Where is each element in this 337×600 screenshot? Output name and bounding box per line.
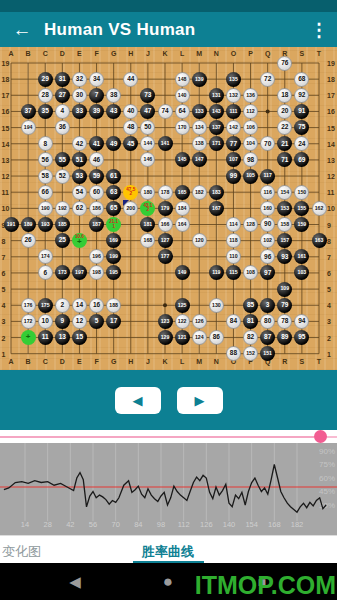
stone-L11[interactable]: 165: [175, 185, 190, 200]
bottom-col-label: B: [26, 358, 31, 365]
left-row-label: 5: [2, 286, 6, 293]
top-col-label: T: [317, 50, 321, 57]
top-col-label: P: [248, 50, 253, 57]
right-row-label: 17: [327, 92, 335, 99]
stone-A9[interactable]: 191: [4, 217, 19, 232]
slider-fill: [0, 436, 314, 438]
stone-C10[interactable]: 190: [38, 201, 53, 216]
stone-G4[interactable]: 188: [106, 298, 121, 313]
stone-R19[interactable]: 76: [277, 56, 292, 71]
stone-C7[interactable]: 174: [38, 249, 53, 264]
stone-P12[interactable]: 105: [243, 169, 258, 184]
bottom-col-label: A: [8, 358, 13, 365]
android-nav-bar: ◀ ● ■ ITMOP.COM: [0, 563, 337, 600]
left-row-label: 6: [2, 269, 6, 276]
stone-E17[interactable]: 30: [72, 88, 87, 103]
winrate-chart: 1428425670849811212614015416818290%75%60…: [0, 443, 337, 535]
bottom-col-label: L: [180, 358, 184, 365]
right-row-label: 2: [327, 334, 331, 341]
stone-R4[interactable]: 79: [277, 298, 292, 313]
left-row-label: 17: [2, 92, 10, 99]
left-row-label: 11: [2, 189, 9, 196]
watermark-text: ITMOP.COM: [195, 571, 336, 600]
stone-C14[interactable]: 8: [38, 136, 53, 151]
stone-D16[interactable]: 4: [55, 104, 70, 119]
nav-back-icon[interactable]: ◀: [69, 573, 81, 591]
stone-K2[interactable]: 129: [158, 330, 173, 345]
bottom-col-label: D: [60, 358, 65, 365]
stone-Q18[interactable]: 72: [260, 72, 275, 87]
bottom-col-label: M: [196, 358, 202, 365]
stone-Q10[interactable]: 160: [260, 201, 275, 216]
top-col-label: M: [196, 50, 202, 57]
left-row-label: 12: [2, 173, 10, 180]
left-row-label: 8: [2, 237, 6, 244]
svg-text:70: 70: [111, 520, 119, 529]
stone-M14[interactable]: 138: [192, 136, 207, 151]
top-col-label: S: [300, 50, 305, 57]
stone-B15[interactable]: 194: [21, 120, 36, 135]
right-row-label: 14: [327, 140, 335, 147]
stone-B9[interactable]: 189: [21, 217, 36, 232]
stone-E12[interactable]: 53: [72, 169, 87, 184]
tab-winrate-curve[interactable]: 胜率曲线: [142, 543, 194, 561]
stone-P9[interactable]: 128: [243, 217, 258, 232]
stone-N2[interactable]: 86: [209, 330, 224, 345]
stone-L15[interactable]: 170: [175, 120, 190, 135]
tab-bar: 变化图 胜率曲线: [0, 535, 337, 564]
stone-N14[interactable]: 171: [209, 136, 224, 151]
stone-N17[interactable]: 131: [209, 88, 224, 103]
right-row-label: 16: [327, 108, 335, 115]
stone-O16[interactable]: 111: [226, 104, 241, 119]
stone-K9[interactable]: 166: [158, 217, 173, 232]
stone-M2[interactable]: 124: [192, 330, 207, 345]
stone-C9[interactable]: 193: [38, 217, 53, 232]
stone-H18[interactable]: 44: [123, 72, 138, 87]
stone-N15[interactable]: 137: [209, 120, 224, 135]
stone-G17[interactable]: 38: [106, 88, 121, 103]
prev-move-icon: ◀: [133, 393, 143, 408]
stone-N11[interactable]: 183: [209, 185, 224, 200]
top-col-label: B: [26, 50, 31, 57]
stone-K8[interactable]: 127: [158, 233, 173, 248]
svg-text:14: 14: [21, 520, 29, 529]
svg-text:182: 182: [291, 520, 304, 529]
stone-P16[interactable]: 112: [243, 104, 258, 119]
left-row-label: 14: [2, 140, 10, 147]
stone-L18[interactable]: 148: [175, 72, 190, 87]
stone-D9[interactable]: 185: [55, 217, 70, 232]
top-col-label: J: [146, 50, 150, 57]
stone-T8[interactable]: 163: [312, 233, 327, 248]
svg-text:75%: 75%: [319, 460, 335, 469]
stone-O3[interactable]: 84: [226, 314, 241, 329]
slider-thumb[interactable]: [314, 430, 327, 443]
stone-T10[interactable]: 162: [312, 201, 327, 216]
svg-text:112: 112: [178, 520, 190, 529]
stone-G3[interactable]: 17: [106, 314, 121, 329]
move-nav-band: ◀ ▶: [0, 370, 337, 430]
svg-text:42: 42: [66, 520, 74, 529]
stone-G12[interactable]: 61: [106, 169, 121, 184]
top-col-label: K: [162, 50, 167, 57]
left-row-label: 2: [2, 334, 6, 341]
svg-text:90%: 90%: [319, 447, 335, 456]
stone-O8[interactable]: 118: [226, 233, 241, 248]
stone-Q11[interactable]: 116: [260, 185, 275, 200]
stone-L3[interactable]: 122: [175, 314, 190, 329]
bottom-col-label: F: [94, 358, 98, 365]
svg-text:60%: 60%: [319, 474, 335, 483]
stone-N10[interactable]: 167: [209, 201, 224, 216]
svg-text:28: 28: [43, 520, 51, 529]
stone-S11[interactable]: 150: [294, 185, 309, 200]
stone-P2[interactable]: 82: [243, 330, 258, 345]
next-move-button[interactable]: ▶: [177, 387, 223, 414]
stone-C4[interactable]: 175: [38, 298, 53, 313]
left-row-label: 19: [2, 60, 10, 67]
stone-P17[interactable]: 136: [243, 88, 258, 103]
stone-L13[interactable]: 145: [175, 152, 190, 167]
annotation-triangle-icon: [123, 200, 129, 206]
stone-F9[interactable]: 187: [89, 217, 104, 232]
stone-O12[interactable]: 99: [226, 169, 241, 184]
stone-L6[interactable]: 149: [175, 265, 190, 280]
right-row-label: 6: [327, 269, 331, 276]
right-row-label: 11: [327, 189, 334, 196]
stone-E2[interactable]: 15: [72, 330, 87, 345]
nav-home-icon[interactable]: ●: [163, 572, 173, 592]
top-col-label: Q: [265, 50, 270, 57]
right-row-label: 15: [327, 124, 335, 131]
stone-E18[interactable]: 32: [72, 72, 87, 87]
right-row-label: 1: [327, 350, 331, 357]
stone-M16[interactable]: 133: [192, 104, 207, 119]
stone-O15[interactable]: 142: [226, 120, 241, 135]
stone-B16[interactable]: 37: [21, 104, 36, 119]
right-row-label: 9: [327, 221, 331, 228]
top-col-label: D: [60, 50, 65, 57]
stone-F11[interactable]: 60: [89, 185, 104, 200]
overflow-menu-icon[interactable]: ⋮: [309, 19, 329, 41]
left-row-label: 1: [2, 350, 6, 357]
svg-text:45%: 45%: [319, 487, 335, 496]
svg-text:56: 56: [89, 520, 97, 529]
stone-L2[interactable]: 121: [175, 330, 190, 345]
left-row-label: 13: [2, 156, 10, 163]
stone-D15[interactable]: 36: [55, 120, 70, 135]
stone-M3[interactable]: 126: [192, 314, 207, 329]
left-row-label: 18: [2, 76, 10, 83]
stone-L9[interactable]: 164: [175, 217, 190, 232]
stone-K10[interactable]: 179: [158, 201, 173, 216]
right-row-label: 7: [327, 253, 331, 260]
tab-variation-diagram[interactable]: 变化图: [2, 543, 41, 561]
right-row-label: 19: [327, 60, 335, 67]
stone-P3[interactable]: 81: [243, 314, 258, 329]
app-bar: ← Human VS Human ⋮: [0, 12, 337, 47]
stone-E4[interactable]: 14: [72, 298, 87, 313]
stone-D10[interactable]: 192: [55, 201, 70, 216]
bottom-col-label: H: [128, 358, 133, 365]
stone-G10[interactable]: 65: [106, 201, 121, 216]
analysis-marker-B2[interactable]: +: [21, 330, 36, 345]
stone-F18[interactable]: 34: [89, 72, 104, 87]
stone-S18[interactable]: 68: [294, 72, 309, 87]
stone-C11[interactable]: 66: [38, 185, 53, 200]
right-row-label: 5: [327, 286, 331, 293]
analysis-marker-H11[interactable]: 47.52: [123, 185, 138, 200]
stone-D3[interactable]: 9: [55, 314, 70, 329]
stone-N4[interactable]: 130: [209, 298, 224, 313]
stone-E16[interactable]: 33: [72, 104, 87, 119]
top-col-label: A: [8, 50, 13, 57]
svg-text:140: 140: [223, 520, 236, 529]
right-row-label: 18: [327, 76, 335, 83]
stone-D2[interactable]: 13: [55, 330, 70, 345]
stone-C2[interactable]: 11: [38, 330, 53, 345]
stone-F3[interactable]: 5: [89, 314, 104, 329]
stone-B4[interactable]: 176: [21, 298, 36, 313]
stone-C18[interactable]: 29: [38, 72, 53, 87]
top-col-label: G: [111, 50, 116, 57]
stone-L4[interactable]: 125: [175, 298, 190, 313]
analysis-marker-E8[interactable]: 10.6+: [72, 233, 87, 248]
stone-D4[interactable]: 2: [55, 298, 70, 313]
bottom-col-label: E: [77, 358, 82, 365]
svg-text:98: 98: [157, 520, 165, 529]
stone-K11[interactable]: 178: [158, 185, 173, 200]
left-row-label: 15: [2, 124, 10, 131]
stone-M11[interactable]: 182: [192, 185, 207, 200]
stone-B3[interactable]: 172: [21, 314, 36, 329]
left-row-label: 16: [2, 108, 10, 115]
stone-F10[interactable]: 186: [89, 201, 104, 216]
stone-R17[interactable]: 18: [277, 88, 292, 103]
top-col-label: N: [214, 50, 219, 57]
stone-G11[interactable]: 63: [106, 185, 121, 200]
stone-E3[interactable]: 12: [72, 314, 87, 329]
stone-M8[interactable]: 120: [192, 233, 207, 248]
back-arrow-icon[interactable]: ←: [0, 19, 44, 41]
stone-L16[interactable]: 64: [175, 104, 190, 119]
stone-E11[interactable]: 54: [72, 185, 87, 200]
stone-C3[interactable]: 10: [38, 314, 53, 329]
left-row-label: 7: [2, 253, 6, 260]
stone-F4[interactable]: 16: [89, 298, 104, 313]
left-row-label: 3: [2, 318, 6, 325]
bottom-col-label: T: [317, 358, 321, 365]
top-col-label: C: [43, 50, 48, 57]
right-row-label: 3: [327, 318, 331, 325]
right-row-label: 4: [327, 302, 331, 309]
left-row-label: 10: [2, 205, 10, 212]
bottom-col-label: G: [111, 358, 116, 365]
stone-D8[interactable]: 25: [55, 233, 70, 248]
svg-text:84: 84: [134, 520, 142, 529]
stone-D12[interactable]: 52: [55, 169, 70, 184]
stone-D18[interactable]: 31: [55, 72, 70, 87]
stone-M18[interactable]: 139: [192, 72, 207, 87]
stone-F17[interactable]: 7: [89, 88, 104, 103]
stone-E10[interactable]: 62: [72, 201, 87, 216]
bottom-col-label: K: [162, 358, 167, 365]
stone-L10[interactable]: 184: [175, 201, 190, 216]
stone-C16[interactable]: 35: [38, 104, 53, 119]
stone-F16[interactable]: 39: [89, 104, 104, 119]
stone-D17[interactable]: 27: [55, 88, 70, 103]
stone-Q3[interactable]: 80: [260, 314, 275, 329]
stone-R11[interactable]: 154: [277, 185, 292, 200]
status-bar: [0, 0, 337, 12]
move-slider[interactable]: [0, 430, 337, 443]
bottom-col-label: C: [43, 358, 48, 365]
stone-O9[interactable]: 114: [226, 217, 241, 232]
app-screen: { "app": {"title": "Human VS Human", "ba…: [0, 0, 337, 600]
stone-L17[interactable]: 140: [175, 88, 190, 103]
stone-B8[interactable]: 26: [21, 233, 36, 248]
page-title: Human VS Human: [44, 20, 196, 40]
bottom-col-label: J: [146, 358, 150, 365]
prev-move-button[interactable]: ◀: [115, 387, 161, 414]
bottom-col-label: S: [300, 358, 305, 365]
stone-O17[interactable]: 132: [226, 88, 241, 103]
stone-J11[interactable]: 180: [140, 185, 155, 200]
top-col-label: O: [231, 50, 236, 57]
right-row-label: 10: [327, 205, 335, 212]
top-col-label: F: [94, 50, 98, 57]
bottom-col-label: R: [282, 358, 287, 365]
stone-K14[interactable]: 141: [158, 136, 173, 151]
stone-R5[interactable]: 109: [277, 282, 292, 297]
stone-G16[interactable]: 43: [106, 104, 121, 119]
stone-Q4[interactable]: 3: [260, 298, 275, 313]
right-row-label: 12: [327, 173, 335, 180]
go-board[interactable]: AABBCCDDEEFFGGHHJJKKLLMMNNOOPPQQRRSSTT19…: [0, 47, 337, 370]
stone-P4[interactable]: 85: [243, 298, 258, 313]
bottom-col-label: N: [214, 358, 219, 365]
top-col-label: H: [128, 50, 133, 57]
svg-text:154: 154: [245, 520, 258, 529]
right-row-label: 8: [327, 237, 331, 244]
next-move-icon: ▶: [195, 393, 205, 408]
left-row-label: 4: [2, 302, 6, 309]
top-col-label: E: [77, 50, 82, 57]
stone-K16[interactable]: 74: [158, 104, 173, 119]
stone-K3[interactable]: 123: [158, 314, 173, 329]
stone-K7[interactable]: 177: [158, 249, 173, 264]
stone-C17[interactable]: 28: [38, 88, 53, 103]
stone-Q12[interactable]: 117: [260, 169, 275, 184]
stone-C12[interactable]: 58: [38, 169, 53, 184]
top-col-label: L: [180, 50, 184, 57]
svg-text:168: 168: [268, 520, 281, 529]
right-row-label: 13: [327, 156, 335, 163]
stone-M15[interactable]: 134: [192, 120, 207, 135]
stone-F12[interactable]: 59: [89, 169, 104, 184]
stone-N16[interactable]: 143: [209, 104, 224, 119]
svg-text:126: 126: [200, 520, 213, 529]
stone-O18[interactable]: 135: [226, 72, 241, 87]
